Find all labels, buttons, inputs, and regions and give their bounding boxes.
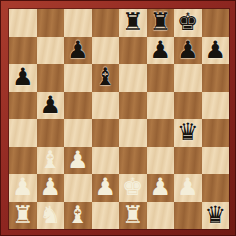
square-d4[interactable] [92,119,120,147]
black-pawn-a6[interactable]: ♟ [12,64,34,91]
black-pawn-f7[interactable]: ♟ [149,37,171,64]
square-c5[interactable] [64,92,92,120]
square-h4[interactable] [202,119,230,147]
white-rook-e1[interactable]: ♜ [122,202,144,229]
square-g3[interactable] [174,147,202,175]
square-e5[interactable] [119,92,147,120]
black-pawn-b5[interactable]: ♟ [39,92,61,119]
square-f1[interactable] [147,202,175,230]
square-h2[interactable] [202,174,230,202]
square-e4[interactable] [119,119,147,147]
square-c4[interactable] [64,119,92,147]
square-d8[interactable] [92,9,120,37]
black-pawn-g7[interactable]: ♟ [177,37,199,64]
square-c8[interactable] [64,9,92,37]
chess-board: ♜♜♚♟♟♟♟♟♝♟♛♝♟♟♟♟♚♟♟♜♞♝♜♛ [9,9,229,229]
white-king-e2[interactable]: ♚ [122,174,144,201]
white-pawn-g2[interactable]: ♟ [177,174,199,201]
white-pawn-a2[interactable]: ♟ [12,174,34,201]
square-d5[interactable] [92,92,120,120]
square-b7[interactable] [37,37,65,65]
white-bishop-b3[interactable]: ♝ [39,147,61,174]
white-rook-a1[interactable]: ♜ [12,202,34,229]
square-a7[interactable] [9,37,37,65]
square-g1[interactable] [174,202,202,230]
black-pawn-h7[interactable]: ♟ [204,37,226,64]
square-f5[interactable] [147,92,175,120]
square-h5[interactable] [202,92,230,120]
square-g6[interactable] [174,64,202,92]
square-c3[interactable]: ♟ [64,147,92,175]
square-f3[interactable] [147,147,175,175]
square-b6[interactable] [37,64,65,92]
square-a4[interactable] [9,119,37,147]
square-h6[interactable] [202,64,230,92]
square-f4[interactable] [147,119,175,147]
square-g2[interactable]: ♟ [174,174,202,202]
square-f2[interactable]: ♟ [147,174,175,202]
square-a8[interactable] [9,9,37,37]
square-f6[interactable] [147,64,175,92]
square-d2[interactable]: ♟ [92,174,120,202]
square-f7[interactable]: ♟ [147,37,175,65]
board-frame: ♜♜♚♟♟♟♟♟♝♟♛♝♟♟♟♟♚♟♟♜♞♝♜♛ [0,0,236,236]
square-a2[interactable]: ♟ [9,174,37,202]
square-d7[interactable] [92,37,120,65]
square-e3[interactable] [119,147,147,175]
square-c2[interactable] [64,174,92,202]
square-g8[interactable]: ♚ [174,9,202,37]
square-h8[interactable] [202,9,230,37]
black-rook-e8[interactable]: ♜ [122,9,144,36]
square-c7[interactable]: ♟ [64,37,92,65]
square-h7[interactable]: ♟ [202,37,230,65]
white-pawn-b2[interactable]: ♟ [39,174,61,201]
square-g7[interactable]: ♟ [174,37,202,65]
black-pawn-c7[interactable]: ♟ [67,37,89,64]
square-e2[interactable]: ♚ [119,174,147,202]
black-king-g8[interactable]: ♚ [177,9,199,36]
square-e7[interactable] [119,37,147,65]
square-a5[interactable] [9,92,37,120]
black-queen-h1[interactable]: ♛ [204,202,226,229]
square-b3[interactable]: ♝ [37,147,65,175]
white-pawn-f2[interactable]: ♟ [149,174,171,201]
square-c6[interactable] [64,64,92,92]
square-e8[interactable]: ♜ [119,9,147,37]
black-queen-g4[interactable]: ♛ [177,119,199,146]
square-a1[interactable]: ♜ [9,202,37,230]
square-h3[interactable] [202,147,230,175]
square-h1[interactable]: ♛ [202,202,230,230]
square-b2[interactable]: ♟ [37,174,65,202]
white-bishop-c1[interactable]: ♝ [67,202,89,229]
white-pawn-c3[interactable]: ♟ [67,147,89,174]
black-bishop-d6[interactable]: ♝ [94,64,116,91]
white-pawn-d2[interactable]: ♟ [94,174,116,201]
square-b4[interactable] [37,119,65,147]
square-e1[interactable]: ♜ [119,202,147,230]
square-a6[interactable]: ♟ [9,64,37,92]
black-rook-f8[interactable]: ♜ [149,9,171,36]
square-e6[interactable] [119,64,147,92]
square-g4[interactable]: ♛ [174,119,202,147]
square-d3[interactable] [92,147,120,175]
square-a3[interactable] [9,147,37,175]
square-b8[interactable] [37,9,65,37]
square-f8[interactable]: ♜ [147,9,175,37]
square-c1[interactable]: ♝ [64,202,92,230]
square-d6[interactable]: ♝ [92,64,120,92]
square-g5[interactable] [174,92,202,120]
square-b1[interactable]: ♞ [37,202,65,230]
square-b5[interactable]: ♟ [37,92,65,120]
white-knight-b1[interactable]: ♞ [39,202,61,229]
square-d1[interactable] [92,202,120,230]
